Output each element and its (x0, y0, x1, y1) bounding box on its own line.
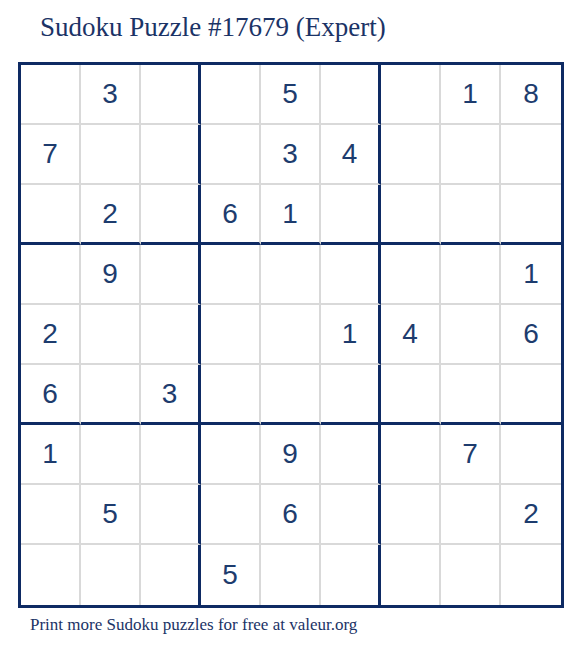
cell-r9c5 (261, 545, 321, 605)
cell-r8c1 (21, 485, 81, 545)
cell-r8c2: 5 (81, 485, 141, 545)
footer-text: Print more Sudoku puzzles for free at va… (30, 615, 357, 635)
cell-r5c8 (441, 305, 501, 365)
cell-r4c5 (261, 245, 321, 305)
cell-r4c3 (141, 245, 201, 305)
cell-r6c2 (81, 365, 141, 425)
cell-r9c4: 5 (201, 545, 261, 605)
cell-r6c4 (201, 365, 261, 425)
cell-r4c4 (201, 245, 261, 305)
cell-r5c4 (201, 305, 261, 365)
cell-r8c4 (201, 485, 261, 545)
cell-r5c2 (81, 305, 141, 365)
page-title: Sudoku Puzzle #17679 (Expert) (40, 12, 386, 43)
cell-r5c9: 6 (501, 305, 561, 365)
cell-r2c5: 3 (261, 125, 321, 185)
cell-r8c3 (141, 485, 201, 545)
cell-r6c6 (321, 365, 381, 425)
cell-r7c3 (141, 425, 201, 485)
cell-r5c7: 4 (381, 305, 441, 365)
cell-r1c8: 1 (441, 65, 501, 125)
cell-r9c2 (81, 545, 141, 605)
cell-r2c1: 7 (21, 125, 81, 185)
cell-r9c6 (321, 545, 381, 605)
cell-r4c9: 1 (501, 245, 561, 305)
cell-r6c8 (441, 365, 501, 425)
sudoku-grid: 3518734261912146631975625 (18, 62, 564, 608)
cell-r8c9: 2 (501, 485, 561, 545)
cell-r7c9 (501, 425, 561, 485)
cell-r7c8: 7 (441, 425, 501, 485)
cell-r2c3 (141, 125, 201, 185)
cell-r1c4 (201, 65, 261, 125)
cell-r8c7 (381, 485, 441, 545)
cell-r2c7 (381, 125, 441, 185)
cell-r8c8 (441, 485, 501, 545)
cell-r8c6 (321, 485, 381, 545)
cell-r3c3 (141, 185, 201, 245)
cell-r6c3: 3 (141, 365, 201, 425)
cell-r3c9 (501, 185, 561, 245)
cell-r1c7 (381, 65, 441, 125)
cell-r4c7 (381, 245, 441, 305)
cell-r3c1 (21, 185, 81, 245)
cell-r5c3 (141, 305, 201, 365)
cell-r3c5: 1 (261, 185, 321, 245)
cell-r1c5: 5 (261, 65, 321, 125)
cell-r6c9 (501, 365, 561, 425)
cell-r4c6 (321, 245, 381, 305)
cell-r1c3 (141, 65, 201, 125)
cell-r7c6 (321, 425, 381, 485)
cell-r1c9: 8 (501, 65, 561, 125)
cell-r1c6 (321, 65, 381, 125)
cell-r2c8 (441, 125, 501, 185)
cell-r6c5 (261, 365, 321, 425)
sudoku-page: Sudoku Puzzle #17679 (Expert) 3518734261… (0, 0, 580, 651)
cell-r3c8 (441, 185, 501, 245)
cell-r5c6: 1 (321, 305, 381, 365)
cell-r2c6: 4 (321, 125, 381, 185)
cell-r2c4 (201, 125, 261, 185)
cell-r9c7 (381, 545, 441, 605)
cell-r3c7 (381, 185, 441, 245)
cell-r7c4 (201, 425, 261, 485)
cell-r1c1 (21, 65, 81, 125)
cell-r9c3 (141, 545, 201, 605)
cell-r4c8 (441, 245, 501, 305)
cell-r2c2 (81, 125, 141, 185)
cell-r3c6 (321, 185, 381, 245)
cell-r9c9 (501, 545, 561, 605)
cell-r9c8 (441, 545, 501, 605)
cell-r4c2: 9 (81, 245, 141, 305)
cell-r5c1: 2 (21, 305, 81, 365)
cell-r4c1 (21, 245, 81, 305)
cell-r6c7 (381, 365, 441, 425)
cell-r7c5: 9 (261, 425, 321, 485)
cell-r6c1: 6 (21, 365, 81, 425)
cell-r1c2: 3 (81, 65, 141, 125)
cell-r3c4: 6 (201, 185, 261, 245)
cell-r7c1: 1 (21, 425, 81, 485)
cell-r9c1 (21, 545, 81, 605)
cell-r2c9 (501, 125, 561, 185)
cell-r7c7 (381, 425, 441, 485)
cell-r3c2: 2 (81, 185, 141, 245)
cell-r5c5 (261, 305, 321, 365)
cell-r7c2 (81, 425, 141, 485)
cell-r8c5: 6 (261, 485, 321, 545)
